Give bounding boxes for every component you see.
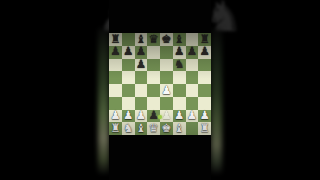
square-d7[interactable] (147, 46, 160, 59)
square-e1[interactable]: ♚ (160, 122, 173, 135)
square-b8[interactable] (122, 33, 135, 46)
square-d5[interactable] (147, 71, 160, 84)
square-g1[interactable] (186, 122, 199, 135)
square-f1[interactable]: ♝ (173, 122, 186, 135)
square-a8[interactable]: ♜ (109, 33, 122, 46)
piece-white-pawn-c2[interactable]: ♟ (136, 110, 146, 122)
square-c1[interactable]: ♝ (135, 122, 148, 135)
piece-white-rook-h1[interactable]: ♜ (199, 122, 209, 134)
square-b3[interactable] (122, 97, 135, 110)
ghost-piece-white-pawn-e2: ♟ (161, 110, 171, 122)
square-c6[interactable]: ♟ (135, 59, 148, 72)
chess-board: ♜♝♛♚♝♜♟♟♟♟♟♟♟♞♟♟♟♟♟♟♟♟♟♜♞♝♛♚♝♜ (109, 33, 211, 135)
square-f6[interactable]: ♞ (173, 59, 186, 72)
square-b7[interactable]: ♟ (122, 46, 135, 59)
square-e4[interactable]: ♟ (160, 84, 173, 97)
square-c2[interactable]: ♟ (135, 110, 148, 123)
piece-white-pawn-h2[interactable]: ♟ (199, 110, 209, 122)
piece-black-pawn-a7[interactable]: ♟ (110, 46, 120, 58)
piece-white-pawn-f2[interactable]: ♟ (174, 110, 184, 122)
piece-white-pawn-a2[interactable]: ♟ (110, 110, 120, 122)
square-b5[interactable] (122, 71, 135, 84)
piece-black-pawn-b7[interactable]: ♟ (123, 46, 133, 58)
square-e7[interactable] (160, 46, 173, 59)
piece-white-queen-d1[interactable]: ♛ (148, 122, 158, 134)
piece-white-pawn-e4[interactable]: ♟ (161, 84, 171, 96)
square-c5[interactable] (135, 71, 148, 84)
blur-strip-right (211, 28, 222, 174)
square-b2[interactable]: ♟ (122, 110, 135, 123)
square-h7[interactable]: ♟ (198, 46, 211, 59)
square-a7[interactable]: ♟ (109, 46, 122, 59)
square-b1[interactable]: ♞ (122, 122, 135, 135)
square-g3[interactable] (186, 97, 199, 110)
square-f2[interactable]: ♟ (173, 110, 186, 123)
square-e3[interactable] (160, 97, 173, 110)
piece-black-pawn-g7[interactable]: ♟ (187, 46, 197, 58)
piece-black-king-e8[interactable]: ♚ (161, 33, 171, 45)
move-highlight-dot (158, 115, 162, 119)
square-g2[interactable]: ♟ (186, 110, 199, 123)
square-h2[interactable]: ♟ (198, 110, 211, 123)
piece-white-pawn-g2[interactable]: ♟ (187, 110, 197, 122)
blur-strip-left (98, 28, 109, 174)
square-e2[interactable]: ♟ (160, 110, 173, 123)
square-b6[interactable] (122, 59, 135, 72)
square-e6[interactable] (160, 59, 173, 72)
video-frame: ♜♝♛♚♝♜♟♟♟♟♟♟♟♞♟♟♟♟♟♟♟♟♟♜♞♝♛♚♝♜ (109, 0, 211, 180)
square-a2[interactable]: ♟ (109, 110, 122, 123)
square-c4[interactable] (135, 84, 148, 97)
square-a3[interactable] (109, 97, 122, 110)
piece-black-pawn-c6[interactable]: ♟ (136, 59, 146, 71)
square-d6[interactable] (147, 59, 160, 72)
square-b4[interactable] (122, 84, 135, 97)
piece-black-pawn-f7[interactable]: ♟ (174, 46, 184, 58)
square-g5[interactable] (186, 71, 199, 84)
piece-black-knight-f6[interactable]: ♞ (174, 59, 184, 71)
square-d1[interactable]: ♛ (147, 122, 160, 135)
square-e5[interactable] (160, 71, 173, 84)
square-c8[interactable]: ♝ (135, 33, 148, 46)
piece-black-rook-h8[interactable]: ♜ (199, 33, 209, 45)
piece-white-bishop-c1[interactable]: ♝ (136, 122, 146, 134)
square-h6[interactable] (198, 59, 211, 72)
square-g4[interactable] (186, 84, 199, 97)
square-d8[interactable]: ♛ (147, 33, 160, 46)
square-g6[interactable] (186, 59, 199, 72)
square-d4[interactable] (147, 84, 160, 97)
piece-black-queen-d8[interactable]: ♛ (148, 33, 158, 45)
piece-black-rook-a8[interactable]: ♜ (110, 33, 120, 45)
square-a5[interactable] (109, 71, 122, 84)
square-c7[interactable]: ♟ (135, 46, 148, 59)
square-d3[interactable] (147, 97, 160, 110)
piece-white-king-e1[interactable]: ♚ (161, 122, 171, 134)
piece-black-bishop-c8[interactable]: ♝ (136, 33, 146, 45)
piece-black-pawn-c7[interactable]: ♟ (136, 46, 146, 58)
square-f7[interactable]: ♟ (173, 46, 186, 59)
piece-white-bishop-f1[interactable]: ♝ (174, 122, 184, 134)
square-h4[interactable] (198, 84, 211, 97)
piece-black-bishop-f8[interactable]: ♝ (174, 33, 184, 45)
square-h8[interactable]: ♜ (198, 33, 211, 46)
square-h1[interactable]: ♜ (198, 122, 211, 135)
piece-white-pawn-b2[interactable]: ♟ (123, 110, 133, 122)
square-h3[interactable] (198, 97, 211, 110)
piece-white-knight-b1[interactable]: ♞ (123, 122, 133, 134)
square-f5[interactable] (173, 71, 186, 84)
square-f3[interactable] (173, 97, 186, 110)
square-h5[interactable] (198, 71, 211, 84)
square-g8[interactable] (186, 33, 199, 46)
square-a4[interactable] (109, 84, 122, 97)
square-f4[interactable] (173, 84, 186, 97)
square-e8[interactable]: ♚ (160, 33, 173, 46)
square-g7[interactable]: ♟ (186, 46, 199, 59)
square-a1[interactable]: ♜ (109, 122, 122, 135)
square-c3[interactable] (135, 97, 148, 110)
square-a6[interactable] (109, 59, 122, 72)
piece-black-pawn-h7[interactable]: ♟ (199, 46, 209, 58)
piece-white-rook-a1[interactable]: ♜ (110, 122, 120, 134)
letterbox-canvas: ♟ ♞ ♜♝♛♚♝♜♟♟♟♟♟♟♟♞♟♟♟♟♟♟♟♟♟♜♞♝♛♚♝♜ (0, 0, 320, 180)
square-f8[interactable]: ♝ (173, 33, 186, 46)
